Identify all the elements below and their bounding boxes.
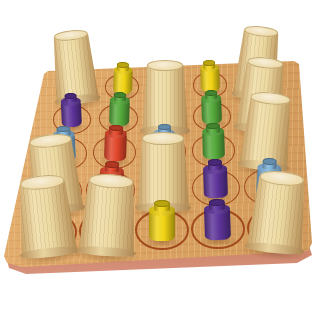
peg-cap-top (205, 90, 217, 96)
memory-game-scene (0, 0, 320, 320)
peg-body (104, 134, 127, 162)
peg-body (202, 132, 225, 160)
peg-cap-top (209, 198, 225, 206)
peg-cap-top (158, 124, 171, 130)
peg-cap-top (154, 200, 170, 207)
peg-cap-top (104, 161, 119, 168)
peg-cap-top (113, 92, 125, 98)
peg-cap-top (117, 62, 129, 67)
cup-top-face (142, 132, 184, 145)
peg-cap-top (203, 60, 215, 65)
board-pieces (0, 0, 320, 320)
